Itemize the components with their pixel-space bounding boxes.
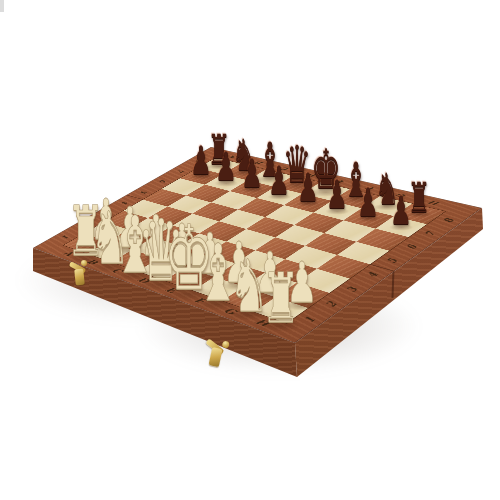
latch-plate-icon: [74, 269, 85, 286]
piece-black-pawn-h7[interactable]: ♟: [390, 192, 412, 231]
piece-black-pawn-c7[interactable]: ♟: [241, 154, 263, 193]
piece-black-pawn-e7[interactable]: ♟: [297, 168, 319, 207]
piece-black-pawn-d7[interactable]: ♟: [268, 161, 290, 200]
piece-white-rook-h1[interactable]: ♜: [262, 264, 300, 333]
scene: AABBCCDDEEFFGGHH1122334455667788 ♜♞♟♝♟♛♟…: [0, 0, 500, 500]
piece-black-pawn-f7[interactable]: ♟: [326, 176, 348, 215]
piece-black-pawn-g7[interactable]: ♟: [357, 183, 379, 222]
pieces-layer: ♜♞♟♝♟♛♟♚♟♝♟♞♟♜♟♟♟♟♟♜♞♟♝♟♛♟♚♟♝♟♞♜: [0, 0, 500, 500]
piece-black-pawn-a7[interactable]: ♟: [190, 141, 212, 180]
piece-black-pawn-b7[interactable]: ♟: [215, 148, 237, 187]
latch-knob-icon: [81, 260, 87, 266]
